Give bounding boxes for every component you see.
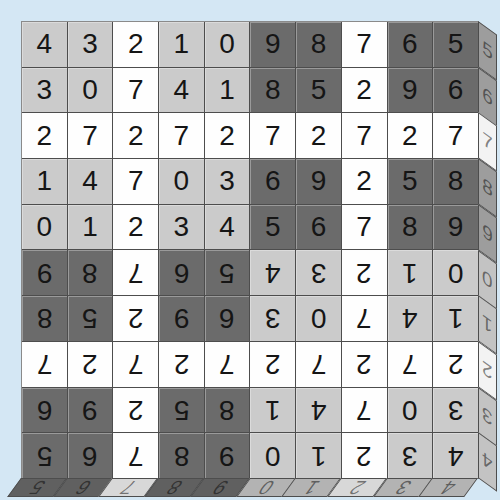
cell-digit: 0 (311, 304, 327, 332)
grid-cell-r9c2[interactable]: 9 (68, 388, 114, 434)
cell-digit: 2 (356, 442, 372, 470)
cell-digit: 8 (402, 213, 418, 241)
cell-digit: 7 (128, 442, 144, 470)
cell-digit: 6 (82, 442, 98, 470)
grid-cell-r10c9[interactable]: 3 (388, 433, 434, 479)
cell-digit: 3 (402, 442, 418, 470)
grid-cell-r1c1[interactable]: 4 (22, 22, 68, 68)
right-face-digit: 4 (482, 449, 493, 476)
grid-cell-r4c2[interactable]: 4 (68, 159, 114, 205)
cell-digit: 1 (448, 304, 464, 332)
cell-digit: 6 (311, 213, 327, 241)
cell-digit: 4 (37, 30, 53, 58)
grid-cell-r8c1[interactable]: 7 (22, 342, 68, 388)
grid-cell-r1c6[interactable]: 9 (250, 22, 296, 68)
bottom-face-digit: 9 (208, 478, 232, 497)
cell-digit: 7 (37, 350, 53, 378)
cell-digit: 7 (82, 122, 98, 150)
right-face-digit: 1 (482, 312, 493, 339)
grid-cell-r9c6[interactable]: 1 (250, 388, 296, 434)
cell-digit: 1 (311, 442, 327, 470)
grid-cell-r1c9[interactable]: 6 (388, 22, 434, 68)
grid-cell-r6c8[interactable]: 2 (342, 250, 388, 296)
cell-digit: 5 (82, 304, 98, 332)
grid-cell-r3c3[interactable]: 2 (113, 113, 159, 159)
grid-cell-r9c8[interactable]: 7 (342, 388, 388, 434)
grid-cell-r10c4[interactable]: 8 (159, 433, 205, 479)
cell-digit: 9 (402, 76, 418, 104)
right-face-digit: 3 (482, 403, 493, 430)
cell-digit: 2 (356, 76, 372, 104)
cell-digit: 9 (82, 396, 98, 424)
grid-cell-r10c8[interactable]: 2 (342, 433, 388, 479)
cell-digit: 7 (128, 167, 144, 195)
grid-cell-r8c7[interactable]: 7 (296, 342, 342, 388)
grid-cell-r1c5[interactable]: 0 (205, 22, 251, 68)
right-face-digit: 6 (482, 83, 493, 110)
grid-cell-r8c10[interactable]: 2 (433, 342, 479, 388)
grid-cell-r7c5[interactable]: 6 (205, 296, 251, 342)
cell-digit: 9 (265, 30, 281, 58)
grid-cell-r7c2[interactable]: 5 (68, 296, 114, 342)
cell-digit: 0 (265, 442, 281, 470)
cell-digit: 0 (37, 213, 53, 241)
cell-digit: 5 (402, 167, 418, 195)
grid-cell-r3c2[interactable]: 7 (68, 113, 114, 159)
grid-cell-r5c10[interactable]: 9 (433, 205, 479, 251)
cell-digit: 2 (128, 304, 144, 332)
cell-digit: 6 (448, 76, 464, 104)
grid-cell-r10c2[interactable]: 6 (68, 433, 114, 479)
cell-digit: 7 (128, 350, 144, 378)
grid-cell-r7c3[interactable]: 2 (113, 296, 159, 342)
grid-cell-r6c5[interactable]: 5 (205, 250, 251, 296)
grid-cell-r6c6[interactable]: 4 (250, 250, 296, 296)
cell-digit: 7 (265, 122, 281, 150)
cell-digit: 3 (219, 167, 235, 195)
cell-digit: 0 (82, 76, 98, 104)
cell-digit: 9 (174, 304, 190, 332)
grid-cell-r9c3[interactable]: 2 (113, 388, 159, 434)
cell-digit: 0 (174, 167, 190, 195)
right-face-digit: 2 (482, 357, 493, 384)
bottom-face-digit: 7 (116, 478, 140, 497)
cell-digit: 5 (448, 30, 464, 58)
grid-cell-r6c4[interactable]: 6 (159, 250, 205, 296)
cell-digit: 2 (219, 122, 235, 150)
bottom-face-digit: 2 (345, 478, 369, 497)
cell-digit: 2 (128, 396, 144, 424)
grid-cell-r7c1[interactable]: 8 (22, 296, 68, 342)
grid-cell-r4c9[interactable]: 5 (388, 159, 434, 205)
grid-cell-r6c9[interactable]: 1 (388, 250, 434, 296)
cell-digit: 3 (448, 396, 464, 424)
grid-cell-r4c5[interactable]: 3 (205, 159, 251, 205)
grid-cell-r2c3[interactable]: 7 (113, 68, 159, 114)
cell-digit: 5 (37, 442, 53, 470)
grid-cell-r2c1[interactable]: 3 (22, 68, 68, 114)
grid-cell-r7c10[interactable]: 1 (433, 296, 479, 342)
grid-cell-r2c8[interactable]: 2 (342, 68, 388, 114)
grid-cell-r10c6[interactable]: 0 (250, 433, 296, 479)
grid-cell-r5c5[interactable]: 4 (205, 205, 251, 251)
cell-digit: 3 (37, 76, 53, 104)
cell-digit: 7 (128, 76, 144, 104)
cell-digit: 3 (82, 30, 98, 58)
grid-cell-r5c4[interactable]: 3 (159, 205, 205, 251)
cell-digit: 1 (402, 259, 418, 287)
cell-digit: 9 (37, 259, 53, 287)
grid-cell-r1c2[interactable]: 3 (68, 22, 114, 68)
grid-cell-r10c3[interactable]: 7 (113, 433, 159, 479)
right-face-digit: 9 (482, 220, 493, 247)
bottom-face-digit: 4 (436, 478, 460, 497)
bottom-face-digit: 1 (299, 478, 323, 497)
cell-digit: 6 (402, 30, 418, 58)
cell-digit: 9 (219, 442, 235, 470)
grid-cell-r1c7[interactable]: 8 (296, 22, 342, 68)
cell-digit: 4 (82, 167, 98, 195)
grid-cell-r7c7[interactable]: 0 (296, 296, 342, 342)
grid-cell-r10c10[interactable]: 4 (433, 433, 479, 479)
cell-digit: 7 (219, 350, 235, 378)
cell-digit: 7 (356, 213, 372, 241)
grid-cell-r5c7[interactable]: 6 (296, 205, 342, 251)
cell-digit: 8 (265, 76, 281, 104)
cell-digit: 5 (174, 396, 190, 424)
cell-digit: 2 (311, 122, 327, 150)
cell-digit: 2 (82, 350, 98, 378)
grid-cell-r5c3[interactable]: 2 (113, 205, 159, 251)
grid-cell-r9c7[interactable]: 4 (296, 388, 342, 434)
grid-cell-r10c7[interactable]: 1 (296, 433, 342, 479)
cell-digit: 9 (448, 213, 464, 241)
grid-cell-r8c3[interactable]: 7 (113, 342, 159, 388)
cell-digit: 2 (402, 122, 418, 150)
grid-cell-r7c4[interactable]: 9 (159, 296, 205, 342)
cell-digit: 7 (356, 30, 372, 58)
grid-cell-r4c3[interactable]: 7 (113, 159, 159, 205)
cell-digit: 2 (128, 213, 144, 241)
cell-digit: 7 (174, 122, 190, 150)
grid-cell-r7c6[interactable]: 3 (250, 296, 296, 342)
grid-cell-r4c10[interactable]: 8 (433, 159, 479, 205)
grid-cell-r1c3[interactable]: 2 (113, 22, 159, 68)
cell-digit: 0 (448, 259, 464, 287)
grid-cell-r8c8[interactable]: 2 (342, 342, 388, 388)
bottom-face-digit: 3 (390, 478, 414, 497)
grid-cell-r2c5[interactable]: 1 (205, 68, 251, 114)
right-face-digit: 7 (482, 129, 493, 156)
cell-digit: 9 (311, 167, 327, 195)
grid-cell-r4c8[interactable]: 2 (342, 159, 388, 205)
cell-digit: 4 (402, 304, 418, 332)
puzzle-stage: 4321098765307418529627272727271470369258… (0, 0, 500, 500)
cell-digit: 2 (356, 259, 372, 287)
grid-cell-r5c8[interactable]: 7 (342, 205, 388, 251)
grid-cell-r1c8[interactable]: 7 (342, 22, 388, 68)
cell-digit: 2 (128, 30, 144, 58)
cell-digit: 7 (356, 304, 372, 332)
cell-digit: 3 (174, 213, 190, 241)
grid-cell-r7c9[interactable]: 4 (388, 296, 434, 342)
grid-cell-r2c4[interactable]: 4 (159, 68, 205, 114)
grid-cell-r2c2[interactable]: 0 (68, 68, 114, 114)
cell-digit: 2 (37, 122, 53, 150)
cell-digit: 1 (174, 30, 190, 58)
cell-digit: 7 (448, 122, 464, 150)
grid-cell-r3c1[interactable]: 2 (22, 113, 68, 159)
cell-digit: 3 (311, 259, 327, 287)
grid-cell-r9c10[interactable]: 3 (433, 388, 479, 434)
cell-digit: 8 (174, 442, 190, 470)
bottom-face-digit: 5 (25, 478, 49, 497)
cell-digit: 7 (128, 259, 144, 287)
grid-cell-r8c5[interactable]: 7 (205, 342, 251, 388)
cell-digit: 1 (82, 213, 98, 241)
cell-digit: 2 (356, 167, 372, 195)
grid-cell-r7c8[interactable]: 7 (342, 296, 388, 342)
grid-cell-r8c2[interactable]: 2 (68, 342, 114, 388)
grid-cell-r9c5[interactable]: 8 (205, 388, 251, 434)
grid-cell-r3c8[interactable]: 7 (342, 113, 388, 159)
grid-cell-r8c6[interactable]: 2 (250, 342, 296, 388)
grid-cell-r4c1[interactable]: 1 (22, 159, 68, 205)
grid-cell-r8c4[interactable]: 2 (159, 342, 205, 388)
number-grid-board: 4321098765307418529627272727271470369258… (21, 21, 479, 479)
grid-cell-r6c1[interactable]: 9 (22, 250, 68, 296)
cell-digit: 7 (356, 122, 372, 150)
grid-cell-r5c6[interactable]: 5 (250, 205, 296, 251)
cell-digit: 2 (265, 350, 281, 378)
grid-cell-r2c7[interactable]: 5 (296, 68, 342, 114)
right-face-digit: 5 (482, 37, 493, 64)
grid-cell-r9c9[interactable]: 0 (388, 388, 434, 434)
cell-digit: 4 (219, 213, 235, 241)
bottom-face-digit: 6 (70, 478, 94, 497)
bottom-face-digit: 8 (162, 478, 186, 497)
cell-digit: 8 (219, 396, 235, 424)
grid-cell-r5c9[interactable]: 8 (388, 205, 434, 251)
cell-digit: 0 (402, 396, 418, 424)
grid-cell-r1c10[interactable]: 5 (433, 22, 479, 68)
cell-digit: 8 (37, 304, 53, 332)
cell-digit: 2 (448, 350, 464, 378)
grid-cell-r1c4[interactable]: 1 (159, 22, 205, 68)
grid-cell-r2c6[interactable]: 8 (250, 68, 296, 114)
grid-cell-r5c1[interactable]: 0 (22, 205, 68, 251)
cell-digit: 6 (174, 259, 190, 287)
cell-digit: 8 (311, 30, 327, 58)
cell-digit: 5 (311, 76, 327, 104)
right-face-digit: 8 (482, 174, 493, 201)
grid-cell-r4c4[interactable]: 0 (159, 159, 205, 205)
cell-digit: 8 (448, 167, 464, 195)
right-face-digit: 0 (482, 266, 493, 293)
grid-cell-r9c1[interactable]: 6 (22, 388, 68, 434)
grid-cell-r2c9[interactable]: 9 (388, 68, 434, 114)
cell-digit: 0 (219, 30, 235, 58)
cell-digit: 7 (402, 350, 418, 378)
cell-digit: 6 (37, 396, 53, 424)
grid-cell-r8c9[interactable]: 7 (388, 342, 434, 388)
cell-digit: 1 (219, 76, 235, 104)
grid-cell-r3c7[interactable]: 2 (296, 113, 342, 159)
grid-cell-r3c5[interactable]: 2 (205, 113, 251, 159)
grid-cell-r2c10[interactable]: 6 (433, 68, 479, 114)
grid-cell-r4c7[interactable]: 9 (296, 159, 342, 205)
grid-cell-r3c10[interactable]: 7 (433, 113, 479, 159)
grid-cell-r9c4[interactable]: 5 (159, 388, 205, 434)
cell-digit: 5 (265, 213, 281, 241)
cell-digit: 7 (356, 396, 372, 424)
cell-digit: 1 (37, 167, 53, 195)
grid-cell-r3c6[interactable]: 7 (250, 113, 296, 159)
cell-digit: 2 (128, 122, 144, 150)
bottom-face-digit: 0 (253, 478, 277, 497)
grid-cell-r6c2[interactable]: 8 (68, 250, 114, 296)
grid-cell-r5c2[interactable]: 1 (68, 205, 114, 251)
cell-digit: 6 (219, 304, 235, 332)
grid-cell-r6c3[interactable]: 7 (113, 250, 159, 296)
cell-digit: 4 (174, 76, 190, 104)
cell-digit: 3 (265, 304, 281, 332)
grid-cell-r6c7[interactable]: 3 (296, 250, 342, 296)
cell-digit: 4 (448, 442, 464, 470)
grid-cell-r6c10[interactable]: 0 (433, 250, 479, 296)
cell-digit: 4 (265, 259, 281, 287)
grid-cell-r10c1[interactable]: 5 (22, 433, 68, 479)
cell-digit: 8 (82, 259, 98, 287)
grid-cell-r4c6[interactable]: 6 (250, 159, 296, 205)
cell-digit: 6 (265, 167, 281, 195)
grid-cell-r10c5[interactable]: 9 (205, 433, 251, 479)
cell-digit: 7 (311, 350, 327, 378)
grid-cell-r3c4[interactable]: 7 (159, 113, 205, 159)
cell-digit: 5 (219, 259, 235, 287)
cell-digit: 2 (174, 350, 190, 378)
cell-digit: 2 (356, 350, 372, 378)
grid-cell-r3c9[interactable]: 2 (388, 113, 434, 159)
cell-digit: 4 (311, 396, 327, 424)
cell-digit: 1 (265, 396, 281, 424)
